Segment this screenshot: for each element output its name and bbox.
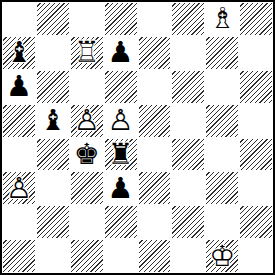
square-a8[interactable] [2,2,36,36]
square-b4[interactable] [36,138,70,172]
square-d4[interactable]: ♜♜ [104,138,138,172]
square-h3[interactable] [239,171,273,205]
square-c6[interactable] [70,70,104,104]
square-c4[interactable]: ♚♚ [70,138,104,172]
square-a2[interactable] [2,205,36,239]
square-h8[interactable] [239,2,273,36]
white-king-g1: ♚♔ [205,239,239,273]
square-g6[interactable] [205,70,239,104]
square-d8[interactable] [104,2,138,36]
black-pawn-d3: ♟♟ [104,171,138,205]
square-f6[interactable] [171,70,205,104]
chess-board: ♝♗♝♝♜♖♟♟♟♟♝♝♟♙♟♙♚♚♜♜♟♙♟♟♚♔ [0,0,275,275]
square-b1[interactable] [36,239,70,273]
black-pawn-a6: ♟♟ [2,70,36,104]
square-f7[interactable] [171,36,205,70]
square-f4[interactable] [171,138,205,172]
square-e2[interactable] [138,205,172,239]
chess-diagram: ♝♗♝♝♜♖♟♟♟♟♝♝♟♙♟♙♚♚♜♜♟♙♟♟♚♔ [0,0,275,275]
square-a6[interactable]: ♟♟ [2,70,36,104]
white-pawn-a3: ♟♙ [2,171,36,205]
square-e4[interactable] [138,138,172,172]
square-a5[interactable] [2,104,36,138]
square-g4[interactable] [205,138,239,172]
square-b3[interactable] [36,171,70,205]
white-pawn-d5: ♟♙ [104,104,138,138]
square-f5[interactable] [171,104,205,138]
square-h7[interactable] [239,36,273,70]
square-g3[interactable] [205,171,239,205]
square-e1[interactable] [138,239,172,273]
square-b2[interactable] [36,205,70,239]
square-d3[interactable]: ♟♟ [104,171,138,205]
black-bishop-a7: ♝♝ [2,36,36,70]
square-b8[interactable] [36,2,70,36]
square-e7[interactable] [138,36,172,70]
square-h2[interactable] [239,205,273,239]
square-g7[interactable] [205,36,239,70]
square-a7[interactable]: ♝♝ [2,36,36,70]
square-a3[interactable]: ♟♙ [2,171,36,205]
square-e8[interactable] [138,2,172,36]
square-c5[interactable]: ♟♙ [70,104,104,138]
square-c8[interactable] [70,2,104,36]
white-bishop-g8: ♝♗ [205,2,239,36]
square-h6[interactable] [239,70,273,104]
square-g5[interactable] [205,104,239,138]
square-f2[interactable] [171,205,205,239]
square-d1[interactable] [104,239,138,273]
white-rook-c7: ♜♖ [70,36,104,70]
square-c1[interactable] [70,239,104,273]
square-b5[interactable]: ♝♝ [36,104,70,138]
white-pawn-c5: ♟♙ [70,104,104,138]
square-e6[interactable] [138,70,172,104]
square-d2[interactable] [104,205,138,239]
square-f3[interactable] [171,171,205,205]
square-d5[interactable]: ♟♙ [104,104,138,138]
black-rook-d4: ♜♜ [104,138,138,172]
square-h5[interactable] [239,104,273,138]
square-g2[interactable] [205,205,239,239]
square-d6[interactable] [104,70,138,104]
square-c7[interactable]: ♜♖ [70,36,104,70]
square-g8[interactable]: ♝♗ [205,2,239,36]
black-bishop-b5: ♝♝ [36,104,70,138]
square-a4[interactable] [2,138,36,172]
square-f8[interactable] [171,2,205,36]
black-king-c4: ♚♚ [70,138,104,172]
square-d7[interactable]: ♟♟ [104,36,138,70]
black-pawn-d7: ♟♟ [104,36,138,70]
square-e3[interactable] [138,171,172,205]
square-b7[interactable] [36,36,70,70]
square-g1[interactable]: ♚♔ [205,239,239,273]
square-c2[interactable] [70,205,104,239]
square-b6[interactable] [36,70,70,104]
square-a1[interactable] [2,239,36,273]
square-h4[interactable] [239,138,273,172]
square-e5[interactable] [138,104,172,138]
square-c3[interactable] [70,171,104,205]
square-h1[interactable] [239,239,273,273]
square-f1[interactable] [171,239,205,273]
